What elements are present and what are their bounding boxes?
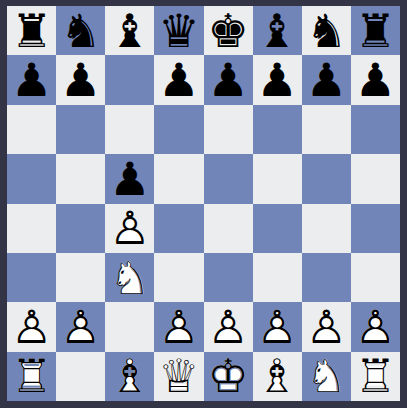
- square-b8[interactable]: ♞: [56, 6, 105, 55]
- black-pawn-icon: ♟: [154, 55, 203, 104]
- black-king-icon: ♚: [204, 6, 253, 55]
- square-g7[interactable]: ♟: [302, 55, 351, 104]
- square-e4[interactable]: [204, 204, 253, 253]
- square-a4[interactable]: [7, 204, 56, 253]
- chess-board-frame: ♜♞♝♛♚♝♞♜♟♟♟♟♟♟♟♟♟♙♞♘♟♙♟♙♟♙♟♙♟♙♟♙♟♙♜♖♝♗♛♕…: [0, 0, 407, 408]
- black-pawn-icon: ♟: [351, 55, 400, 104]
- square-c6[interactable]: [105, 105, 154, 154]
- white-pawn-outline-icon: ♙: [253, 302, 302, 351]
- piece-black-queen[interactable]: ♛: [154, 6, 203, 55]
- square-d5[interactable]: [154, 154, 203, 203]
- square-g1[interactable]: ♞♘: [302, 352, 351, 401]
- piece-white-queen[interactable]: ♛♕: [154, 352, 203, 401]
- square-f1[interactable]: ♝♗: [253, 352, 302, 401]
- piece-white-knight[interactable]: ♞♘: [302, 352, 351, 401]
- piece-black-pawn[interactable]: ♟: [302, 55, 351, 104]
- piece-black-pawn[interactable]: ♟: [253, 55, 302, 104]
- square-c2[interactable]: [105, 302, 154, 351]
- square-c4[interactable]: ♟♙: [105, 204, 154, 253]
- square-e6[interactable]: [204, 105, 253, 154]
- square-h7[interactable]: ♟: [351, 55, 400, 104]
- square-e3[interactable]: [204, 253, 253, 302]
- square-c5[interactable]: ♟: [105, 154, 154, 203]
- square-e8[interactable]: ♚: [204, 6, 253, 55]
- square-b5[interactable]: [56, 154, 105, 203]
- square-h5[interactable]: [351, 154, 400, 203]
- white-pawn-outline-icon: ♙: [7, 302, 56, 351]
- white-rook-outline-icon: ♖: [351, 352, 400, 401]
- square-h8[interactable]: ♜: [351, 6, 400, 55]
- piece-white-pawn[interactable]: ♟♙: [302, 302, 351, 351]
- black-pawn-icon: ♟: [56, 55, 105, 104]
- square-c7[interactable]: [105, 55, 154, 104]
- black-rook-icon: ♜: [7, 6, 56, 55]
- piece-black-knight[interactable]: ♞: [56, 6, 105, 55]
- piece-black-bishop[interactable]: ♝: [105, 6, 154, 55]
- piece-black-rook[interactable]: ♜: [7, 6, 56, 55]
- white-pawn-outline-icon: ♙: [154, 302, 203, 351]
- square-a3[interactable]: [7, 253, 56, 302]
- square-h1[interactable]: ♜♖: [351, 352, 400, 401]
- square-f5[interactable]: [253, 154, 302, 203]
- piece-white-bishop[interactable]: ♝♗: [253, 352, 302, 401]
- square-c1[interactable]: ♝♗: [105, 352, 154, 401]
- black-bishop-icon: ♝: [105, 6, 154, 55]
- white-pawn-outline-icon: ♙: [105, 204, 154, 253]
- white-pawn-outline-icon: ♙: [204, 302, 253, 351]
- white-rook-outline-icon: ♖: [7, 352, 56, 401]
- white-pawn-outline-icon: ♙: [302, 302, 351, 351]
- piece-black-knight[interactable]: ♞: [302, 6, 351, 55]
- square-f2[interactable]: ♟♙: [253, 302, 302, 351]
- white-pawn-outline-icon: ♙: [351, 302, 400, 351]
- square-c8[interactable]: ♝: [105, 6, 154, 55]
- white-bishop-outline-icon: ♗: [253, 352, 302, 401]
- black-pawn-icon: ♟: [302, 55, 351, 104]
- square-a5[interactable]: [7, 154, 56, 203]
- square-g3[interactable]: [302, 253, 351, 302]
- square-b1[interactable]: [56, 352, 105, 401]
- black-rook-icon: ♜: [351, 6, 400, 55]
- square-g4[interactable]: [302, 204, 351, 253]
- piece-white-king[interactable]: ♚♔: [204, 352, 253, 401]
- piece-white-pawn[interactable]: ♟♙: [253, 302, 302, 351]
- square-b4[interactable]: [56, 204, 105, 253]
- piece-black-pawn[interactable]: ♟: [105, 154, 154, 203]
- piece-black-pawn[interactable]: ♟: [154, 55, 203, 104]
- black-pawn-icon: ♟: [7, 55, 56, 104]
- square-d1[interactable]: ♛♕: [154, 352, 203, 401]
- square-h4[interactable]: [351, 204, 400, 253]
- square-g6[interactable]: [302, 105, 351, 154]
- black-pawn-icon: ♟: [105, 154, 154, 203]
- square-h3[interactable]: [351, 253, 400, 302]
- piece-white-pawn[interactable]: ♟♙: [56, 302, 105, 351]
- black-knight-icon: ♞: [56, 6, 105, 55]
- square-d8[interactable]: ♛: [154, 6, 203, 55]
- black-bishop-icon: ♝: [253, 6, 302, 55]
- square-c3[interactable]: ♞♘: [105, 253, 154, 302]
- square-b2[interactable]: ♟♙: [56, 302, 105, 351]
- piece-white-pawn[interactable]: ♟♙: [154, 302, 203, 351]
- piece-black-pawn[interactable]: ♟: [7, 55, 56, 104]
- white-knight-outline-icon: ♘: [105, 253, 154, 302]
- white-bishop-outline-icon: ♗: [105, 352, 154, 401]
- square-g2[interactable]: ♟♙: [302, 302, 351, 351]
- square-d7[interactable]: ♟: [154, 55, 203, 104]
- piece-black-bishop[interactable]: ♝: [253, 6, 302, 55]
- piece-white-pawn[interactable]: ♟♙: [105, 204, 154, 253]
- black-pawn-icon: ♟: [204, 55, 253, 104]
- square-f4[interactable]: [253, 204, 302, 253]
- square-g5[interactable]: [302, 154, 351, 203]
- square-f3[interactable]: [253, 253, 302, 302]
- square-h6[interactable]: [351, 105, 400, 154]
- piece-black-rook[interactable]: ♜: [351, 6, 400, 55]
- square-e5[interactable]: [204, 154, 253, 203]
- square-f8[interactable]: ♝: [253, 6, 302, 55]
- piece-white-pawn[interactable]: ♟♙: [351, 302, 400, 351]
- white-knight-outline-icon: ♘: [302, 352, 351, 401]
- square-h2[interactable]: ♟♙: [351, 302, 400, 351]
- piece-black-pawn[interactable]: ♟: [351, 55, 400, 104]
- white-pawn-outline-icon: ♙: [56, 302, 105, 351]
- square-b6[interactable]: [56, 105, 105, 154]
- square-d3[interactable]: [154, 253, 203, 302]
- square-e1[interactable]: ♚♔: [204, 352, 253, 401]
- piece-white-pawn[interactable]: ♟♙: [7, 302, 56, 351]
- piece-white-knight[interactable]: ♞♘: [105, 253, 154, 302]
- square-a6[interactable]: [7, 105, 56, 154]
- square-b7[interactable]: ♟: [56, 55, 105, 104]
- chess-board: ♜♞♝♛♚♝♞♜♟♟♟♟♟♟♟♟♟♙♞♘♟♙♟♙♟♙♟♙♟♙♟♙♟♙♜♖♝♗♛♕…: [7, 6, 400, 401]
- white-queen-outline-icon: ♕: [154, 352, 203, 401]
- square-d4[interactable]: [154, 204, 203, 253]
- white-king-outline-icon: ♔: [204, 352, 253, 401]
- square-g8[interactable]: ♞: [302, 6, 351, 55]
- piece-black-pawn[interactable]: ♟: [204, 55, 253, 104]
- piece-black-pawn[interactable]: ♟: [56, 55, 105, 104]
- square-a1[interactable]: ♜♖: [7, 352, 56, 401]
- piece-white-rook[interactable]: ♜♖: [7, 352, 56, 401]
- piece-white-pawn[interactable]: ♟♙: [204, 302, 253, 351]
- square-b3[interactable]: [56, 253, 105, 302]
- black-knight-icon: ♞: [302, 6, 351, 55]
- square-e2[interactable]: ♟♙: [204, 302, 253, 351]
- piece-white-rook[interactable]: ♜♖: [351, 352, 400, 401]
- square-a2[interactable]: ♟♙: [7, 302, 56, 351]
- piece-black-king[interactable]: ♚: [204, 6, 253, 55]
- square-a7[interactable]: ♟: [7, 55, 56, 104]
- black-queen-icon: ♛: [154, 6, 203, 55]
- piece-white-bishop[interactable]: ♝♗: [105, 352, 154, 401]
- square-e7[interactable]: ♟: [204, 55, 253, 104]
- square-a8[interactable]: ♜: [7, 6, 56, 55]
- square-d6[interactable]: [154, 105, 203, 154]
- square-f6[interactable]: [253, 105, 302, 154]
- square-d2[interactable]: ♟♙: [154, 302, 203, 351]
- square-f7[interactable]: ♟: [253, 55, 302, 104]
- black-pawn-icon: ♟: [253, 55, 302, 104]
